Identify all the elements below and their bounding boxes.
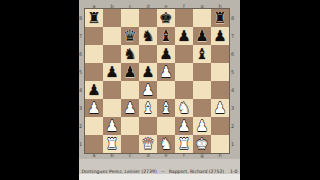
- square-h2: [211, 117, 229, 135]
- bottom-strip: [79, 174, 240, 180]
- square-e7: ♝: [157, 27, 175, 45]
- square-g7: ♟: [193, 27, 211, 45]
- white-bishop: ♝: [139, 99, 157, 117]
- square-c8: [121, 9, 139, 27]
- white-queen: ♛: [139, 135, 157, 153]
- square-d3: ♝: [139, 99, 157, 117]
- white-pawn: ♟: [139, 81, 157, 99]
- square-c1: [121, 135, 139, 153]
- white-pawn: ♟: [121, 99, 139, 117]
- black-king: ♚: [157, 9, 175, 27]
- square-h7: ♟: [211, 27, 229, 45]
- coord-label-8: 8: [231, 9, 242, 27]
- coord-label-1: 1: [231, 135, 242, 153]
- white-pawn: ♟: [103, 117, 121, 135]
- coord-label-2: 2: [231, 117, 242, 135]
- coord-label-a: a: [85, 153, 103, 158]
- square-g5: [193, 63, 211, 81]
- coord-label-f: f: [175, 153, 193, 158]
- black-rook: ♜: [85, 9, 103, 27]
- square-c6: ♞: [121, 45, 139, 63]
- black-pawn: ♟: [103, 63, 121, 81]
- coord-label-7: 7: [231, 27, 242, 45]
- square-b7: [103, 27, 121, 45]
- square-f4: [175, 81, 193, 99]
- white-rook: ♜: [175, 135, 193, 153]
- square-g8: [193, 9, 211, 27]
- black-knight: ♞: [139, 27, 157, 45]
- black-pawn: ♟: [211, 27, 229, 45]
- square-c4: [121, 81, 139, 99]
- coord-label-b: b: [103, 153, 121, 158]
- black-bishop: ♝: [193, 45, 211, 63]
- video-frame: abcdefgh 87654321 87654321 ♜♚♜♛♞♝♟♟♟♞♟♝♟…: [0, 0, 320, 180]
- square-f6: [175, 45, 193, 63]
- white-pawn: ♟: [157, 63, 175, 81]
- square-h3: ♟: [211, 99, 229, 117]
- square-b5: ♟: [103, 63, 121, 81]
- square-f7: ♟: [175, 27, 193, 45]
- square-b1: ♜: [103, 135, 121, 153]
- square-e3: ♝: [157, 99, 175, 117]
- square-f5: [175, 63, 193, 81]
- square-e6: ♟: [157, 45, 175, 63]
- coord-label-4: 4: [231, 81, 242, 99]
- rank-labels-right: 87654321: [229, 9, 242, 153]
- board-panel: abcdefgh 87654321 87654321 ♜♚♜♛♞♝♟♟♟♞♟♝♟…: [79, 0, 240, 180]
- square-c3: ♟: [121, 99, 139, 117]
- square-d4: ♟: [139, 81, 157, 99]
- square-c7: ♛: [121, 27, 139, 45]
- square-f2: ♟: [175, 117, 193, 135]
- square-g4: [193, 81, 211, 99]
- black-pawn: ♟: [85, 81, 103, 99]
- file-labels-top: abcdefgh: [85, 0, 229, 9]
- square-h4: [211, 81, 229, 99]
- square-d6: [139, 45, 157, 63]
- black-pawn: ♟: [175, 27, 193, 45]
- square-d2: [139, 117, 157, 135]
- square-h6: [211, 45, 229, 63]
- coord-label-3: 3: [231, 99, 242, 117]
- black-pawn: ♟: [121, 63, 139, 81]
- pillarbox-left: [0, 0, 79, 180]
- pillarbox-right: [240, 0, 320, 180]
- square-a1: [85, 135, 103, 153]
- white-bishop: ♝: [157, 99, 175, 117]
- black-bishop: ♝: [157, 27, 175, 45]
- black-queen: ♛: [121, 27, 139, 45]
- white-rook: ♜: [103, 135, 121, 153]
- square-e5: ♟: [157, 63, 175, 81]
- square-g3: [193, 99, 211, 117]
- square-e4: [157, 81, 175, 99]
- coord-label-g: g: [193, 153, 211, 158]
- square-c5: ♟: [121, 63, 139, 81]
- square-a3: ♟: [85, 99, 103, 117]
- game-info-banner: Dominguez Perez, Leinier (2739) -- Rappo…: [79, 159, 240, 174]
- square-h1: [211, 135, 229, 153]
- coord-label-c: c: [121, 153, 139, 158]
- square-f8: [175, 9, 193, 27]
- chess-board: ♜♚♜♛♞♝♟♟♟♞♟♝♟♟♟♟♟♟♟♟♝♝♞♟♟♟♟♜♛♞♜♚: [85, 9, 229, 153]
- square-d5: ♟: [139, 63, 157, 81]
- square-e2: [157, 117, 175, 135]
- square-f3: ♞: [175, 99, 193, 117]
- black-pawn: ♟: [157, 45, 175, 63]
- square-a5: [85, 63, 103, 81]
- white-knight: ♞: [175, 99, 193, 117]
- square-d1: ♛: [139, 135, 157, 153]
- coord-label-6: 6: [231, 45, 242, 63]
- square-a4: ♟: [85, 81, 103, 99]
- square-a2: [85, 117, 103, 135]
- white-knight: ♞: [157, 135, 175, 153]
- black-rook: ♜: [211, 9, 229, 27]
- white-pawn: ♟: [211, 99, 229, 117]
- square-g6: ♝: [193, 45, 211, 63]
- black-pawn: ♟: [193, 27, 211, 45]
- square-a8: ♜: [85, 9, 103, 27]
- white-pawn: ♟: [175, 117, 193, 135]
- white-king: ♚: [193, 135, 211, 153]
- square-h8: ♜: [211, 9, 229, 27]
- square-g1: ♚: [193, 135, 211, 153]
- black-knight: ♞: [121, 45, 139, 63]
- white-pawn: ♟: [193, 117, 211, 135]
- square-g2: ♟: [193, 117, 211, 135]
- square-d8: [139, 9, 157, 27]
- square-b4: [103, 81, 121, 99]
- coord-label-h: h: [211, 153, 229, 158]
- coord-label-5: 5: [231, 63, 242, 81]
- square-b3: [103, 99, 121, 117]
- square-a6: [85, 45, 103, 63]
- white-pawn: ♟: [85, 99, 103, 117]
- square-e8: ♚: [157, 9, 175, 27]
- square-a7: [85, 27, 103, 45]
- black-pawn: ♟: [139, 63, 157, 81]
- square-b6: [103, 45, 121, 63]
- square-h5: [211, 63, 229, 81]
- coord-label-d: d: [139, 153, 157, 158]
- square-b2: ♟: [103, 117, 121, 135]
- square-e1: ♞: [157, 135, 175, 153]
- square-d7: ♞: [139, 27, 157, 45]
- square-f1: ♜: [175, 135, 193, 153]
- square-c2: [121, 117, 139, 135]
- coord-label-e: e: [157, 153, 175, 158]
- square-b8: [103, 9, 121, 27]
